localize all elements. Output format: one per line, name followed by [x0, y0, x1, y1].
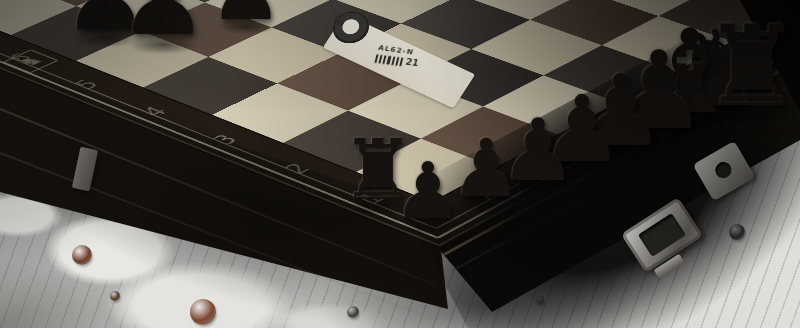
table-stain: [536, 296, 544, 304]
coord-label: B: [532, 152, 570, 168]
coord-label: E: [710, 57, 746, 71]
coord-label: 5: [69, 77, 104, 92]
table-stain: [72, 245, 92, 265]
coord-label: D: [652, 87, 691, 103]
table-stain: [347, 306, 359, 318]
coord-label: 1: [353, 190, 391, 207]
coord-label: A: [469, 185, 508, 202]
chess-photo-scene: ABCDEFGH ABCDEFGH 87654321 87654321 ♞ AL…: [0, 0, 800, 328]
table-stain: [190, 299, 216, 325]
table-stain: [110, 291, 120, 301]
knight-icon: ♞: [12, 54, 49, 70]
barcode-icon: [375, 54, 404, 66]
table-stain: [729, 224, 745, 240]
coord-label: 3: [207, 132, 243, 148]
sticker-number: 21: [404, 57, 419, 68]
coord-label: 2: [279, 161, 316, 177]
coord-label: 4: [137, 104, 173, 119]
sticker-print: AL62-N 21: [374, 44, 422, 69]
coord-label: C: [593, 119, 631, 135]
